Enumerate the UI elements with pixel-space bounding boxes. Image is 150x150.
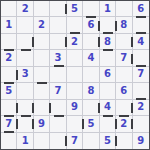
given-digit: 4 [104, 102, 111, 112]
cell-r9c5[interactable]: 7 [67, 133, 83, 149]
cell-r1c1[interactable] [1, 1, 17, 17]
consecutive-bar-vertical [131, 103, 133, 113]
consecutive-bar-vertical [32, 119, 34, 129]
consecutive-bar-vertical [65, 136, 67, 146]
cell-r5c4[interactable] [50, 67, 66, 83]
cell-r1c7[interactable]: 1 [100, 1, 116, 17]
consecutive-bar-horizontal [136, 98, 146, 100]
cell-r7c9[interactable]: 2 [133, 100, 149, 116]
cell-r9c1[interactable] [1, 133, 17, 149]
cell-r6c3[interactable] [34, 83, 50, 99]
given-digit: 5 [5, 86, 12, 96]
cell-r9c3[interactable] [34, 133, 50, 149]
given-digit: 9 [137, 136, 144, 146]
given-digit: 6 [120, 86, 127, 96]
consecutive-bar-vertical [49, 103, 51, 113]
cell-r9c9[interactable]: 9 [133, 133, 149, 149]
consecutive-sudoku-board: 251612682842347367578694279521759 [0, 0, 150, 150]
cell-r2c4[interactable] [50, 17, 66, 33]
consecutive-bar-horizontal [86, 16, 96, 18]
given-digit: 4 [137, 37, 144, 47]
cell-r1c5[interactable]: 5 [67, 1, 83, 17]
cell-r3c9[interactable]: 4 [133, 34, 149, 50]
consecutive-bar-vertical [115, 136, 117, 146]
consecutive-bar-horizontal [21, 49, 31, 51]
consecutive-bar-vertical [131, 54, 133, 64]
given-digit: 7 [5, 119, 12, 129]
given-digit: 7 [137, 69, 144, 79]
consecutive-bar-horizontal [54, 115, 64, 117]
given-digit: 6 [104, 69, 111, 79]
consecutive-bar-vertical [98, 21, 100, 31]
cell-r5c6[interactable] [83, 67, 99, 83]
cell-r5c9[interactable]: 7 [133, 67, 149, 83]
cell-r4c1[interactable]: 2 [1, 50, 17, 66]
cell-r6c8[interactable]: 6 [116, 83, 132, 99]
consecutive-bar-vertical [98, 103, 100, 113]
cell-r7c5[interactable]: 9 [67, 100, 83, 116]
cell-r2c8[interactable]: 8 [116, 17, 132, 33]
cell-r3c3[interactable] [34, 34, 50, 50]
given-digit: 1 [22, 136, 29, 146]
cell-r9c8[interactable] [116, 133, 132, 149]
consecutive-bar-horizontal [54, 65, 64, 67]
consecutive-bar-vertical [16, 119, 18, 129]
cell-r2c2[interactable] [17, 17, 33, 33]
given-digit: 6 [137, 4, 144, 14]
given-digit: 3 [22, 69, 29, 79]
given-digit: 7 [71, 136, 78, 146]
consecutive-bar-vertical [82, 119, 84, 129]
consecutive-bar-vertical [115, 119, 117, 129]
cell-r6c6[interactable]: 8 [83, 83, 99, 99]
cell-r1c8[interactable] [116, 1, 132, 17]
given-digit: 4 [87, 53, 94, 63]
consecutive-bar-horizontal [103, 49, 113, 51]
given-digit: 2 [38, 20, 45, 30]
sudoku-grid: 251612682842347367578694279521759 [1, 1, 149, 149]
given-digit: 8 [104, 37, 111, 47]
given-digit: 1 [104, 4, 111, 14]
cell-r6c1[interactable]: 5 [1, 83, 17, 99]
consecutive-bar-vertical [131, 37, 133, 47]
consecutive-bar-horizontal [70, 32, 80, 34]
cell-r5c2[interactable]: 3 [17, 67, 33, 83]
consecutive-bar-vertical [16, 103, 18, 113]
consecutive-bar-horizontal [103, 32, 113, 34]
cell-r6c7[interactable] [100, 83, 116, 99]
given-digit: 7 [55, 86, 62, 96]
consecutive-bar-horizontal [136, 65, 146, 67]
cell-r8c9[interactable] [133, 116, 149, 132]
consecutive-bar-horizontal [103, 115, 113, 117]
consecutive-bar-vertical [131, 119, 133, 129]
consecutive-bar-horizontal [119, 115, 129, 117]
given-digit: 2 [5, 53, 12, 63]
given-digit: 2 [22, 4, 29, 14]
cell-r4c7[interactable] [100, 50, 116, 66]
consecutive-bar-horizontal [136, 32, 146, 34]
cell-r6c2[interactable] [17, 83, 33, 99]
given-digit: 1 [5, 20, 12, 30]
consecutive-bar-vertical [16, 70, 18, 80]
cell-r5c5[interactable] [67, 67, 83, 83]
cell-r4c6[interactable]: 4 [83, 50, 99, 66]
cell-r5c8[interactable] [116, 67, 132, 83]
given-digit: 5 [104, 136, 111, 146]
given-digit: 9 [71, 102, 78, 112]
consecutive-bar-horizontal [4, 82, 14, 84]
cell-r5c7[interactable]: 6 [100, 67, 116, 83]
given-digit: 7 [120, 53, 127, 63]
consecutive-bar-vertical [98, 37, 100, 47]
consecutive-bar-vertical [65, 37, 67, 47]
cell-r2c1[interactable]: 1 [1, 17, 17, 33]
consecutive-bar-horizontal [136, 16, 146, 18]
consecutive-bar-vertical [32, 103, 34, 113]
given-digit: 5 [87, 119, 94, 129]
consecutive-bar-horizontal [4, 115, 14, 117]
given-digit: 9 [38, 119, 45, 129]
cell-r9c6[interactable] [83, 133, 99, 149]
given-digit: 8 [87, 86, 94, 96]
consecutive-bar-horizontal [4, 131, 14, 133]
given-digit: 3 [55, 53, 62, 63]
cell-r6c4[interactable]: 7 [50, 83, 66, 99]
cell-r4c2[interactable] [17, 50, 33, 66]
cell-r9c2[interactable]: 1 [17, 133, 33, 149]
cell-r6c5[interactable] [67, 83, 83, 99]
cell-r8c3[interactable]: 9 [34, 116, 50, 132]
consecutive-bar-horizontal [4, 49, 14, 51]
cell-r1c2[interactable]: 2 [17, 1, 33, 17]
given-digit: 2 [71, 37, 78, 47]
cell-r4c3[interactable] [34, 50, 50, 66]
consecutive-bar-vertical [65, 4, 67, 14]
cell-r8c4[interactable] [50, 116, 66, 132]
consecutive-bar-horizontal [21, 115, 31, 117]
cell-r3c5[interactable]: 2 [67, 34, 83, 50]
cell-r4c5[interactable] [67, 50, 83, 66]
cell-r8c6[interactable]: 5 [83, 116, 99, 132]
consecutive-bar-vertical [32, 37, 34, 47]
given-digit: 5 [71, 4, 78, 14]
given-digit: 2 [120, 119, 127, 129]
cell-r2c3[interactable]: 2 [34, 17, 50, 33]
consecutive-bar-horizontal [37, 82, 47, 84]
given-digit: 2 [137, 102, 144, 112]
cell-r1c3[interactable] [34, 1, 50, 17]
given-digit: 8 [120, 20, 127, 30]
consecutive-bar-vertical [115, 21, 117, 31]
given-digit: 6 [87, 20, 94, 30]
